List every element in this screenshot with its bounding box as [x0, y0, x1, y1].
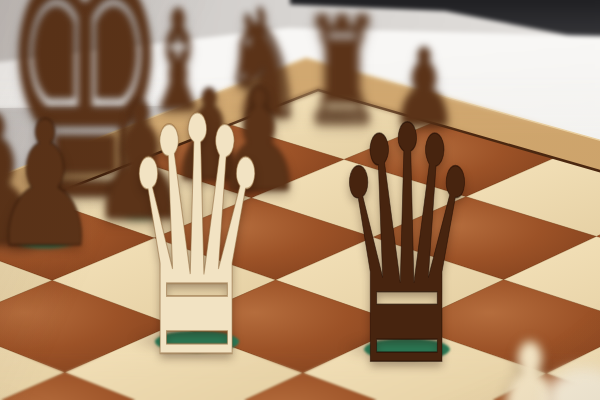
white-queen-glyph: ♛ [120, 75, 274, 400]
pieces-layer: ♟♟♚♟♝♟♟♞♜♟♛♛♟ [0, 0, 600, 400]
photo-scene: ♟♟♚♟♝♟♟♞♜♟♛♛♟ [0, 0, 600, 400]
black-pawn-glyph: ♟ [0, 99, 100, 273]
